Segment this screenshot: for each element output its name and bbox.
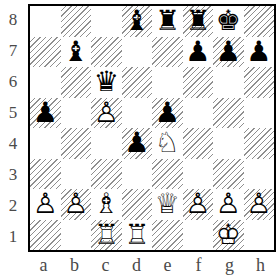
- square-f5[interactable]: [183, 98, 214, 129]
- square-h7[interactable]: ♟: [244, 37, 275, 68]
- square-d1[interactable]: ♜♖: [122, 220, 153, 251]
- square-e8[interactable]: ♜: [152, 6, 183, 37]
- white-pawn-icon: ♟♙: [213, 189, 244, 220]
- square-a6[interactable]: [30, 67, 61, 98]
- board: ♝♜♜♚♝♟♟♟♛♟♟♙♟♟♞♘♟♙♟♙♝♗♛♕♟♙♟♙♟♙♜♖♜♖♚♔: [28, 4, 276, 252]
- square-c2[interactable]: ♝♗: [91, 189, 122, 220]
- square-c4[interactable]: [91, 128, 122, 159]
- black-pawn-icon: ♟: [152, 98, 183, 129]
- square-g1[interactable]: ♚♔: [213, 220, 244, 251]
- file-label-f: f: [183, 252, 214, 278]
- white-rook-icon: ♜♖: [91, 220, 122, 251]
- square-f1[interactable]: [183, 220, 214, 251]
- square-h8[interactable]: [244, 6, 275, 37]
- square-h3[interactable]: [244, 159, 275, 190]
- black-queen-icon: ♛: [91, 67, 122, 98]
- square-b4[interactable]: [61, 128, 92, 159]
- square-d5[interactable]: [122, 98, 153, 129]
- square-c5[interactable]: ♟♙: [91, 98, 122, 129]
- square-h5[interactable]: [244, 98, 275, 129]
- white-pawn-icon: ♟♙: [30, 189, 61, 220]
- rank-label-2: 2: [0, 190, 26, 221]
- square-a7[interactable]: [30, 37, 61, 68]
- rank-label-1: 1: [0, 221, 26, 252]
- rank-label-6: 6: [0, 66, 26, 97]
- file-label-d: d: [121, 252, 152, 278]
- file-labels: abcdefgh: [28, 252, 276, 278]
- square-e2[interactable]: ♛♕: [152, 189, 183, 220]
- square-b7[interactable]: ♝: [61, 37, 92, 68]
- square-e4[interactable]: ♞♘: [152, 128, 183, 159]
- square-b1[interactable]: [61, 220, 92, 251]
- black-rook-icon: ♜: [183, 6, 214, 37]
- square-h4[interactable]: [244, 128, 275, 159]
- white-rook-icon: ♜♖: [122, 220, 153, 251]
- square-e1[interactable]: [152, 220, 183, 251]
- white-bishop-icon: ♝♗: [91, 189, 122, 220]
- square-f4[interactable]: [183, 128, 214, 159]
- white-pawn-icon: ♟♙: [61, 189, 92, 220]
- black-pawn-icon: ♟: [244, 37, 275, 68]
- white-pawn-icon: ♟♙: [183, 189, 214, 220]
- black-pawn-icon: ♟: [122, 128, 153, 159]
- square-f8[interactable]: ♜: [183, 6, 214, 37]
- rank-label-7: 7: [0, 35, 26, 66]
- black-pawn-icon: ♟: [213, 37, 244, 68]
- square-d3[interactable]: [122, 159, 153, 190]
- square-a3[interactable]: [30, 159, 61, 190]
- square-c3[interactable]: [91, 159, 122, 190]
- black-bishop-icon: ♝: [122, 6, 153, 37]
- square-b6[interactable]: [61, 67, 92, 98]
- white-knight-icon: ♞♘: [152, 128, 183, 159]
- black-rook-icon: ♜: [152, 6, 183, 37]
- square-b3[interactable]: [61, 159, 92, 190]
- square-d2[interactable]: [122, 189, 153, 220]
- square-g6[interactable]: [213, 67, 244, 98]
- square-g4[interactable]: [213, 128, 244, 159]
- square-a1[interactable]: [30, 220, 61, 251]
- file-label-e: e: [152, 252, 183, 278]
- chess-diagram: 87654321 ♝♜♜♚♝♟♟♟♛♟♟♙♟♟♞♘♟♙♟♙♝♗♛♕♟♙♟♙♟♙♜…: [0, 0, 279, 280]
- square-f3[interactable]: [183, 159, 214, 190]
- white-king-icon: ♚♔: [213, 220, 244, 251]
- white-pawn-icon: ♟♙: [244, 189, 275, 220]
- square-c1[interactable]: ♜♖: [91, 220, 122, 251]
- square-a8[interactable]: [30, 6, 61, 37]
- file-label-c: c: [90, 252, 121, 278]
- square-c6[interactable]: ♛: [91, 67, 122, 98]
- rank-labels: 87654321: [0, 4, 26, 252]
- file-label-g: g: [214, 252, 245, 278]
- square-g3[interactable]: [213, 159, 244, 190]
- file-label-a: a: [28, 252, 59, 278]
- square-a4[interactable]: [30, 128, 61, 159]
- square-e6[interactable]: [152, 67, 183, 98]
- square-d8[interactable]: ♝: [122, 6, 153, 37]
- square-e7[interactable]: [152, 37, 183, 68]
- square-c7[interactable]: [91, 37, 122, 68]
- square-h2[interactable]: ♟♙: [244, 189, 275, 220]
- square-d4[interactable]: ♟: [122, 128, 153, 159]
- square-d6[interactable]: [122, 67, 153, 98]
- black-bishop-icon: ♝: [61, 37, 92, 68]
- square-e3[interactable]: [152, 159, 183, 190]
- white-queen-icon: ♛♕: [152, 189, 183, 220]
- square-h6[interactable]: [244, 67, 275, 98]
- file-label-b: b: [59, 252, 90, 278]
- square-d7[interactable]: [122, 37, 153, 68]
- square-b2[interactable]: ♟♙: [61, 189, 92, 220]
- square-g7[interactable]: ♟: [213, 37, 244, 68]
- square-a5[interactable]: ♟: [30, 98, 61, 129]
- square-h1[interactable]: [244, 220, 275, 251]
- square-b5[interactable]: [61, 98, 92, 129]
- white-pawn-icon: ♟♙: [91, 98, 122, 129]
- square-b8[interactable]: [61, 6, 92, 37]
- square-a2[interactable]: ♟♙: [30, 189, 61, 220]
- square-f2[interactable]: ♟♙: [183, 189, 214, 220]
- black-pawn-icon: ♟: [30, 98, 61, 129]
- square-g5[interactable]: [213, 98, 244, 129]
- rank-label-5: 5: [0, 97, 26, 128]
- black-king-icon: ♚: [213, 6, 244, 37]
- rank-label-3: 3: [0, 159, 26, 190]
- file-label-h: h: [245, 252, 276, 278]
- square-c8[interactable]: [91, 6, 122, 37]
- black-pawn-icon: ♟: [183, 37, 214, 68]
- square-f7[interactable]: ♟: [183, 37, 214, 68]
- square-g8[interactable]: ♚: [213, 6, 244, 37]
- square-f6[interactable]: [183, 67, 214, 98]
- square-e5[interactable]: ♟: [152, 98, 183, 129]
- square-g2[interactable]: ♟♙: [213, 189, 244, 220]
- rank-label-4: 4: [0, 128, 26, 159]
- rank-label-8: 8: [0, 4, 26, 35]
